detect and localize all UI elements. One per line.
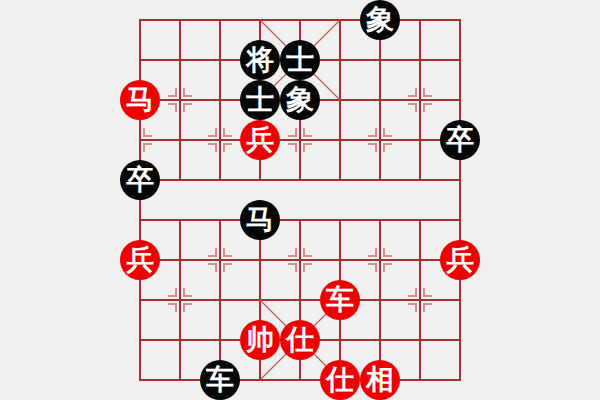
piece-red-soldier[interactable]: 兵 [440, 240, 480, 280]
xiangqi-board: 象将士马士象兵卒卒马兵兵车帅仕车仕相 [0, 0, 600, 400]
piece-black-elephant[interactable]: 象 [280, 80, 320, 120]
piece-layer: 象将士马士象兵卒卒马兵兵车帅仕车仕相 [120, 0, 480, 400]
piece-black-elephant[interactable]: 象 [360, 0, 400, 40]
piece-red-elephant[interactable]: 相 [360, 360, 400, 400]
piece-red-advisor[interactable]: 仕 [320, 360, 360, 400]
piece-black-soldier[interactable]: 卒 [120, 160, 160, 200]
piece-black-soldier[interactable]: 卒 [440, 120, 480, 160]
piece-black-advisor[interactable]: 士 [240, 80, 280, 120]
piece-black-chariot[interactable]: 车 [200, 360, 240, 400]
piece-red-general[interactable]: 帅 [240, 320, 280, 360]
piece-black-horse[interactable]: 马 [240, 200, 280, 240]
piece-red-advisor[interactable]: 仕 [280, 320, 320, 360]
piece-red-chariot[interactable]: 车 [320, 280, 360, 320]
piece-red-horse[interactable]: 马 [120, 80, 160, 120]
piece-black-advisor[interactable]: 士 [280, 40, 320, 80]
piece-red-soldier[interactable]: 兵 [120, 240, 160, 280]
piece-black-general[interactable]: 将 [240, 40, 280, 80]
piece-red-soldier[interactable]: 兵 [240, 120, 280, 160]
